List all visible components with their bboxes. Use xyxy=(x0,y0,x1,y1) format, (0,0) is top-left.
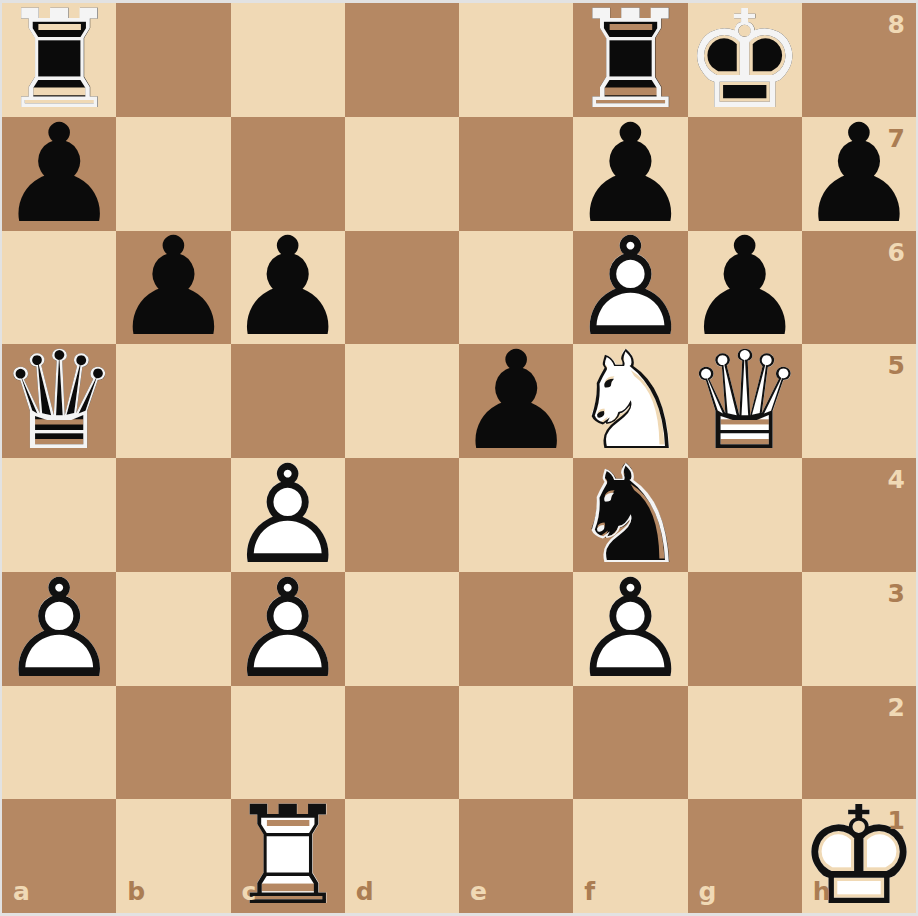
square-h2[interactable]: 2 xyxy=(802,686,916,800)
white-queen[interactable]: ♛♕ xyxy=(688,344,802,458)
rank-label-5: 5 xyxy=(888,353,905,378)
square-d4[interactable] xyxy=(345,458,459,572)
square-h8[interactable]: 8 xyxy=(802,3,916,117)
square-b2[interactable] xyxy=(116,686,230,800)
square-d2[interactable] xyxy=(345,686,459,800)
square-f3[interactable]: ♟♙ xyxy=(573,572,687,686)
black-pawn[interactable]: ♟ xyxy=(802,117,916,231)
square-b1[interactable]: b xyxy=(116,799,230,913)
square-g4[interactable] xyxy=(688,458,802,572)
piece-outline-glyph: ♙ xyxy=(573,572,687,686)
square-c1[interactable]: ♜♖c xyxy=(231,799,345,913)
white-pawn[interactable]: ♟♙ xyxy=(573,572,687,686)
square-a5[interactable]: ♛♕ xyxy=(2,344,116,458)
square-c6[interactable]: ♟ xyxy=(231,231,345,345)
piece-outline-glyph: ♙ xyxy=(2,572,116,686)
file-label-e: e xyxy=(470,879,487,904)
square-g8[interactable]: ♚♔ xyxy=(688,3,802,117)
piece-fill-glyph: ♟ xyxy=(573,117,687,231)
square-h7[interactable]: ♟7 xyxy=(802,117,916,231)
black-rook[interactable]: ♜♖ xyxy=(573,3,687,117)
square-e6[interactable] xyxy=(459,231,573,345)
piece-fill-glyph: ♛ xyxy=(2,344,116,458)
square-e1[interactable]: e xyxy=(459,799,573,913)
piece-outline-glyph: ♔ xyxy=(802,799,916,913)
square-c4[interactable]: ♟♙ xyxy=(231,458,345,572)
square-a3[interactable]: ♟♙ xyxy=(2,572,116,686)
file-label-d: d xyxy=(356,879,374,904)
square-b8[interactable] xyxy=(116,3,230,117)
piece-fill-glyph: ♟ xyxy=(688,231,802,345)
square-d7[interactable] xyxy=(345,117,459,231)
black-rook[interactable]: ♜♖ xyxy=(2,3,116,117)
square-g5[interactable]: ♛♕ xyxy=(688,344,802,458)
piece-fill-glyph: ♚ xyxy=(802,799,916,913)
piece-fill-glyph: ♟ xyxy=(2,117,116,231)
square-a8[interactable]: ♜♖ xyxy=(2,3,116,117)
file-label-a: a xyxy=(13,879,30,904)
square-d3[interactable] xyxy=(345,572,459,686)
piece-outline-glyph: ♖ xyxy=(231,799,345,913)
square-h3[interactable]: 3 xyxy=(802,572,916,686)
piece-fill-glyph: ♟ xyxy=(2,572,116,686)
piece-fill-glyph: ♚ xyxy=(688,3,802,117)
piece-fill-glyph: ♟ xyxy=(231,458,345,572)
square-c2[interactable] xyxy=(231,686,345,800)
square-h4[interactable]: 4 xyxy=(802,458,916,572)
square-g7[interactable] xyxy=(688,117,802,231)
square-a6[interactable] xyxy=(2,231,116,345)
square-a4[interactable] xyxy=(2,458,116,572)
square-b3[interactable] xyxy=(116,572,230,686)
piece-outline-glyph: ♙ xyxy=(231,572,345,686)
square-c7[interactable] xyxy=(231,117,345,231)
black-pawn[interactable]: ♟ xyxy=(116,231,230,345)
white-pawn[interactable]: ♟♙ xyxy=(231,458,345,572)
square-f2[interactable] xyxy=(573,686,687,800)
square-c8[interactable] xyxy=(231,3,345,117)
white-knight[interactable]: ♞♘ xyxy=(573,344,687,458)
square-e5[interactable]: ♟ xyxy=(459,344,573,458)
square-a7[interactable]: ♟ xyxy=(2,117,116,231)
square-f5[interactable]: ♞♘ xyxy=(573,344,687,458)
piece-fill-glyph: ♟ xyxy=(573,572,687,686)
square-g3[interactable] xyxy=(688,572,802,686)
black-pawn[interactable]: ♟ xyxy=(231,231,345,345)
square-h6[interactable]: 6 xyxy=(802,231,916,345)
file-label-f: f xyxy=(584,879,595,904)
rank-label-4: 4 xyxy=(888,467,905,492)
black-queen[interactable]: ♛♕ xyxy=(2,344,116,458)
piece-outline-glyph: ♙ xyxy=(573,231,687,345)
piece-fill-glyph: ♛ xyxy=(688,344,802,458)
square-g1[interactable]: g xyxy=(688,799,802,913)
page-background: ♜♖♜♖♚♔8♟♟♟7♟♟♟♙♟6♛♕♟♞♘♛♕5♟♙♞♘4♟♙♟♙♟♙32ab… xyxy=(0,0,918,916)
piece-fill-glyph: ♜ xyxy=(2,3,116,117)
square-e3[interactable] xyxy=(459,572,573,686)
rank-label-6: 6 xyxy=(888,240,905,265)
square-b6[interactable]: ♟ xyxy=(116,231,230,345)
square-f8[interactable]: ♜♖ xyxy=(573,3,687,117)
piece-fill-glyph: ♞ xyxy=(573,344,687,458)
piece-outline-glyph: ♕ xyxy=(2,344,116,458)
piece-fill-glyph: ♜ xyxy=(573,3,687,117)
white-pawn[interactable]: ♟♙ xyxy=(573,231,687,345)
rank-label-3: 3 xyxy=(888,581,905,606)
square-h1[interactable]: ♚♔1h xyxy=(802,799,916,913)
piece-outline-glyph: ♙ xyxy=(231,458,345,572)
square-a1[interactable]: a xyxy=(2,799,116,913)
black-pawn[interactable]: ♟ xyxy=(688,231,802,345)
chess-board: ♜♖♜♖♚♔8♟♟♟7♟♟♟♙♟6♛♕♟♞♘♛♕5♟♙♞♘4♟♙♟♙♟♙32ab… xyxy=(2,3,916,913)
white-pawn[interactable]: ♟♙ xyxy=(231,572,345,686)
square-g2[interactable] xyxy=(688,686,802,800)
white-pawn[interactable]: ♟♙ xyxy=(2,572,116,686)
square-c5[interactable] xyxy=(231,344,345,458)
rank-label-2: 2 xyxy=(888,695,905,720)
square-b5[interactable] xyxy=(116,344,230,458)
piece-fill-glyph: ♟ xyxy=(231,231,345,345)
square-g6[interactable]: ♟ xyxy=(688,231,802,345)
rank-label-8: 8 xyxy=(888,12,905,37)
square-h5[interactable]: 5 xyxy=(802,344,916,458)
white-rook[interactable]: ♜♖ xyxy=(231,799,345,913)
piece-outline-glyph: ♕ xyxy=(688,344,802,458)
black-pawn[interactable]: ♟ xyxy=(573,117,687,231)
square-d1[interactable]: d xyxy=(345,799,459,913)
square-e8[interactable] xyxy=(459,3,573,117)
square-f7[interactable]: ♟ xyxy=(573,117,687,231)
square-a2[interactable] xyxy=(2,686,116,800)
piece-outline-glyph: ♘ xyxy=(573,344,687,458)
square-d8[interactable] xyxy=(345,3,459,117)
white-king[interactable]: ♚♔ xyxy=(802,799,916,913)
square-c3[interactable]: ♟♙ xyxy=(231,572,345,686)
piece-outline-glyph: ♘ xyxy=(573,458,687,572)
square-b7[interactable] xyxy=(116,117,230,231)
piece-outline-glyph: ♔ xyxy=(688,3,802,117)
black-knight[interactable]: ♞♘ xyxy=(573,458,687,572)
piece-fill-glyph: ♟ xyxy=(231,572,345,686)
piece-fill-glyph: ♜ xyxy=(231,799,345,913)
square-d5[interactable] xyxy=(345,344,459,458)
piece-fill-glyph: ♟ xyxy=(573,231,687,345)
square-e7[interactable] xyxy=(459,117,573,231)
black-pawn[interactable]: ♟ xyxy=(2,117,116,231)
black-king[interactable]: ♚♔ xyxy=(688,3,802,117)
square-b4[interactable] xyxy=(116,458,230,572)
piece-fill-glyph: ♟ xyxy=(802,117,916,231)
piece-outline-glyph: ♖ xyxy=(573,3,687,117)
square-e4[interactable] xyxy=(459,458,573,572)
piece-fill-glyph: ♞ xyxy=(573,458,687,572)
file-label-g: g xyxy=(699,879,717,904)
piece-outline-glyph: ♖ xyxy=(2,3,116,117)
piece-fill-glyph: ♟ xyxy=(116,231,230,345)
square-f6[interactable]: ♟♙ xyxy=(573,231,687,345)
file-label-b: b xyxy=(127,879,145,904)
square-e2[interactable] xyxy=(459,686,573,800)
square-d6[interactable] xyxy=(345,231,459,345)
square-f1[interactable]: f xyxy=(573,799,687,913)
black-pawn[interactable]: ♟ xyxy=(459,344,573,458)
square-f4[interactable]: ♞♘ xyxy=(573,458,687,572)
piece-fill-glyph: ♟ xyxy=(459,344,573,458)
